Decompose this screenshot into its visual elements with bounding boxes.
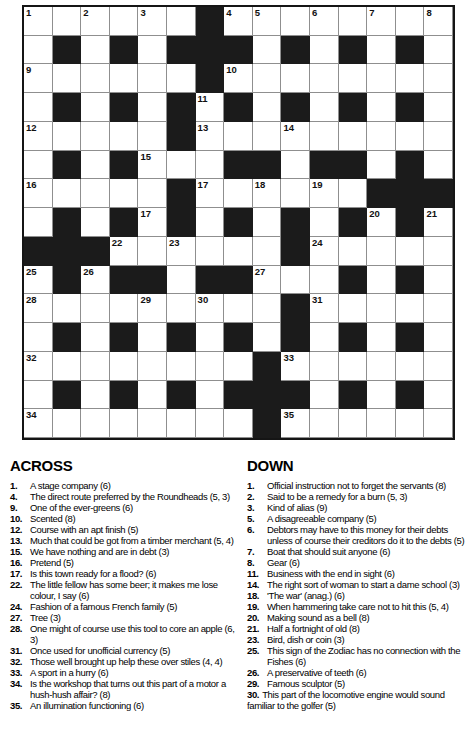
white-cell-r14c3[interactable] (81, 381, 110, 410)
clue-number: 3. (247, 502, 267, 513)
white-cell-r9c8[interactable] (224, 237, 253, 266)
cell-number: 30 (198, 294, 209, 305)
white-cell-r12c15[interactable] (424, 323, 453, 352)
down-clue-8: 8.Gear (6) (247, 557, 473, 568)
white-cell-r1c6[interactable] (167, 7, 196, 36)
across-clue-32: 32.Those well brought up help these over… (10, 656, 240, 667)
white-cell-r12c5[interactable] (138, 323, 167, 352)
white-cell-r14c15[interactable] (424, 381, 453, 410)
white-cell-r10c9[interactable]: 27 (253, 266, 282, 295)
black-cell-r13c9 (253, 352, 282, 381)
clue-text: The little fellow has some beer; it make… (30, 579, 240, 601)
white-cell-r10c15[interactable] (424, 266, 453, 295)
white-cell-r12c3[interactable] (81, 323, 110, 352)
clue-text: One of the ever-greens (6) (30, 502, 240, 513)
white-cell-r1c1[interactable]: 1 (24, 7, 53, 36)
white-cell-r8c13[interactable]: 20 (367, 208, 396, 237)
cell-number: 20 (369, 208, 380, 219)
cell-number: 2 (83, 7, 88, 18)
white-cell-r14c11[interactable] (310, 381, 339, 410)
white-cell-r13c13[interactable] (367, 352, 396, 381)
white-cell-r10c3[interactable]: 26 (81, 266, 110, 295)
white-cell-r11c6[interactable] (167, 294, 196, 323)
white-cell-r7c10[interactable] (281, 179, 310, 208)
white-cell-r12c13[interactable] (367, 323, 396, 352)
white-cell-r7c8[interactable] (224, 179, 253, 208)
white-cell-r10c1[interactable]: 25 (24, 266, 53, 295)
white-cell-r6c7[interactable] (196, 151, 225, 180)
white-cell-r3c12[interactable] (339, 64, 368, 93)
white-cell-r9c6[interactable]: 23 (167, 237, 196, 266)
white-cell-r11c2[interactable] (53, 294, 82, 323)
white-cell-r5c13[interactable] (367, 122, 396, 151)
black-cell-r10c2 (53, 266, 82, 295)
clue-text: Making sound as a bell (8) (267, 612, 473, 623)
white-cell-r15c6[interactable] (167, 409, 196, 438)
black-cell-r2c10 (281, 36, 310, 65)
white-cell-r11c15[interactable] (424, 294, 453, 323)
down-clue-21: 21.Half a fortnight of old (8) (247, 623, 473, 634)
across-clue-35: 35.An illumination functioning (6) (10, 700, 240, 711)
black-cell-r7c13 (367, 179, 396, 208)
clue-number: 2. (247, 491, 267, 502)
clue-text: Course with an apt finish (5) (30, 524, 240, 535)
white-cell-r11c5[interactable]: 29 (138, 294, 167, 323)
white-cell-r15c7[interactable] (196, 409, 225, 438)
white-cell-r1c8[interactable]: 4 (224, 7, 253, 36)
cell-number: 35 (283, 409, 294, 420)
clue-text: Is this town ready for a flood? (6) (30, 568, 240, 579)
white-cell-r3c13[interactable] (367, 64, 396, 93)
white-cell-r7c11[interactable]: 19 (310, 179, 339, 208)
down-clue-3: 3.Kind of alias (9) (247, 502, 473, 513)
cell-number: 19 (312, 179, 323, 190)
black-cell-r3c7 (196, 64, 225, 93)
white-cell-r13c15[interactable] (424, 352, 453, 381)
white-cell-r9c4[interactable]: 22 (110, 237, 139, 266)
clue-number: 16. (10, 557, 30, 568)
black-cell-r14c10 (281, 381, 310, 410)
white-cell-r9c12[interactable] (339, 237, 368, 266)
clue-text: A preservative of teeth (6) (267, 667, 473, 678)
clue-number: 11. (247, 568, 267, 579)
clue-text: Scented (8) (30, 513, 240, 524)
clue-text: Kind of alias (9) (267, 502, 473, 513)
white-cell-r11c13[interactable] (367, 294, 396, 323)
white-cell-r6c15[interactable] (424, 151, 453, 180)
black-cell-r10c7 (196, 266, 225, 295)
white-cell-r15c4[interactable] (110, 409, 139, 438)
cell-number: 26 (83, 266, 94, 277)
across-clue-31: 31.Once used for unofficial currency (5) (10, 645, 240, 656)
down-clue-19: 19.When hammering take care not to hit t… (247, 601, 473, 612)
white-cell-r7c5[interactable] (138, 179, 167, 208)
clue-number: 31. (10, 645, 30, 656)
clue-number: 28. (10, 623, 30, 634)
white-cell-r13c5[interactable] (138, 352, 167, 381)
white-cell-r1c11[interactable]: 6 (310, 7, 339, 36)
white-cell-r5c3[interactable] (81, 122, 110, 151)
across-clue-16: 16.Pretend (5) (10, 557, 240, 568)
cell-number: 33 (283, 352, 294, 363)
white-cell-r10c13[interactable] (367, 266, 396, 295)
clue-text: Pretend (5) (30, 557, 240, 568)
white-cell-r7c4[interactable] (110, 179, 139, 208)
across-clue-13: 13.Much that could be got from a timber … (10, 535, 240, 546)
black-cell-r8c12 (339, 208, 368, 237)
cell-number: 1 (26, 7, 31, 18)
black-cell-r4c8 (224, 93, 253, 122)
black-cell-r8c14 (396, 208, 425, 237)
black-cell-r4c6 (167, 93, 196, 122)
white-cell-r15c10[interactable]: 35 (281, 409, 310, 438)
white-cell-r9c5[interactable] (138, 237, 167, 266)
cell-number: 14 (283, 122, 294, 133)
clue-text: When hammering take care not to hit this… (267, 601, 473, 612)
white-cell-r11c8[interactable] (224, 294, 253, 323)
across-clue-27: 27.Tree (3) (10, 612, 240, 623)
white-cell-r3c4[interactable] (110, 64, 139, 93)
white-cell-r3c10[interactable] (281, 64, 310, 93)
white-cell-r9c13[interactable] (367, 237, 396, 266)
white-cell-r11c14[interactable] (396, 294, 425, 323)
white-cell-r11c12[interactable] (339, 294, 368, 323)
white-cell-r13c2[interactable] (53, 352, 82, 381)
white-cell-r9c14[interactable] (396, 237, 425, 266)
white-cell-r5c7[interactable]: 13 (196, 122, 225, 151)
white-cell-r3c1[interactable]: 9 (24, 64, 53, 93)
white-cell-r13c7[interactable] (196, 352, 225, 381)
white-cell-r8c15[interactable]: 21 (424, 208, 453, 237)
white-cell-r8c9[interactable] (253, 208, 282, 237)
clue-text: This sign of the Zodiac has no connectio… (267, 645, 473, 667)
down-clue-5: 5.A disagreeable company (5) (247, 513, 473, 524)
white-cell-r5c8[interactable] (224, 122, 253, 151)
clue-text: Much that could be got from a timber mer… (30, 535, 240, 546)
white-cell-r13c11[interactable] (310, 352, 339, 381)
white-cell-r3c9[interactable] (253, 64, 282, 93)
white-cell-r13c4[interactable] (110, 352, 139, 381)
clue-number: 4. (10, 491, 30, 502)
black-cell-r6c2 (53, 151, 82, 180)
across-clue-15: 15.We have nothing and are in debt (3) (10, 546, 240, 557)
white-cell-r5c5[interactable] (138, 122, 167, 151)
white-cell-r7c9[interactable]: 18 (253, 179, 282, 208)
black-cell-r2c6 (167, 36, 196, 65)
black-cell-r4c10 (281, 93, 310, 122)
white-cell-r4c13[interactable] (367, 93, 396, 122)
white-cell-r1c10[interactable] (281, 7, 310, 36)
white-cell-r10c10[interactable] (281, 266, 310, 295)
white-cell-r3c14[interactable] (396, 64, 425, 93)
white-cell-r6c6[interactable] (167, 151, 196, 180)
cell-number: 18 (255, 179, 266, 190)
white-cell-r5c9[interactable] (253, 122, 282, 151)
white-cell-r15c2[interactable] (53, 409, 82, 438)
white-cell-r1c15[interactable]: 8 (424, 7, 453, 36)
white-cell-r2c1[interactable] (24, 36, 53, 65)
black-cell-r2c2 (53, 36, 82, 65)
white-cell-r5c11[interactable] (310, 122, 339, 151)
black-cell-r9c2 (53, 237, 82, 266)
white-cell-r13c6[interactable] (167, 352, 196, 381)
black-cell-r5c6 (167, 122, 196, 151)
white-cell-r7c7[interactable]: 17 (196, 179, 225, 208)
white-cell-r9c15[interactable] (424, 237, 453, 266)
down-clue-list: 1.Official instruction not to forget the… (247, 480, 473, 711)
white-cell-r6c3[interactable] (81, 151, 110, 180)
clue-number: 34. (10, 678, 30, 689)
white-cell-r13c10[interactable]: 33 (281, 352, 310, 381)
down-header: DOWN (247, 458, 473, 474)
white-cell-r13c1[interactable]: 32 (24, 352, 53, 381)
white-cell-r6c1[interactable] (24, 151, 53, 180)
crossword-page: 1234567891011121314151617181917202122232… (0, 0, 474, 733)
black-cell-r6c14 (396, 151, 425, 180)
white-cell-r4c3[interactable] (81, 93, 110, 122)
white-cell-r14c1[interactable] (24, 381, 53, 410)
cell-number: 8 (426, 7, 431, 18)
white-cell-r15c15[interactable] (424, 409, 453, 438)
white-cell-r4c15[interactable] (424, 93, 453, 122)
white-cell-r1c4[interactable] (110, 7, 139, 36)
white-cell-r2c13[interactable] (367, 36, 396, 65)
white-cell-r14c13[interactable] (367, 381, 396, 410)
white-cell-r8c7[interactable] (196, 208, 225, 237)
black-cell-r6c9 (253, 151, 282, 180)
white-cell-r1c12[interactable] (339, 7, 368, 36)
white-cell-r8c3[interactable] (81, 208, 110, 237)
down-clue-25: 25.This sign of the Zodiac has no connec… (247, 645, 473, 667)
white-cell-r11c7[interactable]: 30 (196, 294, 225, 323)
white-cell-r12c11[interactable] (310, 323, 339, 352)
white-cell-r11c9[interactable] (253, 294, 282, 323)
white-cell-r6c10[interactable] (281, 151, 310, 180)
white-cell-r9c7[interactable] (196, 237, 225, 266)
across-clue-24: 24.Fashion of a famous French family (5) (10, 601, 240, 612)
black-cell-r12c4 (110, 323, 139, 352)
cell-number: 4 (226, 7, 231, 18)
white-cell-r11c11[interactable]: 31 (310, 294, 339, 323)
cell-number: 6 (312, 7, 317, 18)
clue-text: Official instruction not to forget the s… (267, 480, 473, 491)
clue-number: 24. (10, 601, 30, 612)
clue-text: The right sort of woman to start a dame … (267, 579, 473, 590)
cell-number: 31 (312, 294, 323, 305)
white-cell-r15c8[interactable] (224, 409, 253, 438)
black-cell-r12c6 (167, 323, 196, 352)
black-cell-r10c14 (396, 266, 425, 295)
clue-number: 29. (247, 678, 267, 689)
white-cell-r4c9[interactable] (253, 93, 282, 122)
white-cell-r7c3[interactable] (81, 179, 110, 208)
cell-number: 17 (140, 208, 151, 219)
white-cell-r6c13[interactable] (367, 151, 396, 180)
white-cell-r15c1[interactable]: 34 (24, 409, 53, 438)
clue-text: Boat that should suit anyone (6) (267, 546, 473, 557)
black-cell-r2c4 (110, 36, 139, 65)
white-cell-r15c14[interactable] (396, 409, 425, 438)
white-cell-r7c2[interactable] (53, 179, 82, 208)
clue-number: 1. (10, 480, 30, 491)
cell-number: 29 (140, 294, 151, 305)
cell-number: 17 (198, 179, 209, 190)
down-clue-7: 7.Boat that should suit anyone (6) (247, 546, 473, 557)
black-cell-r10c8 (224, 266, 253, 295)
white-cell-r11c4[interactable] (110, 294, 139, 323)
black-cell-r6c4 (110, 151, 139, 180)
white-cell-r13c14[interactable] (396, 352, 425, 381)
white-cell-r3c2[interactable] (53, 64, 82, 93)
across-clues-section: ACROSS 1.A stage company (6)4.The direct… (10, 458, 240, 711)
white-cell-r3c6[interactable] (167, 64, 196, 93)
cell-number: 24 (312, 237, 323, 248)
black-cell-r10c4 (110, 266, 139, 295)
clue-number: 13. (10, 535, 30, 546)
white-cell-r5c4[interactable] (110, 122, 139, 151)
clue-number: 23. (247, 634, 267, 645)
down-clue-2: 2.Said to be a remedy for a burn (5, 3) (247, 491, 473, 502)
black-cell-r2c8 (224, 36, 253, 65)
clue-text: Once used for unofficial currency (5) (30, 645, 240, 656)
white-cell-r1c3[interactable]: 2 (81, 7, 110, 36)
white-cell-r15c11[interactable] (310, 409, 339, 438)
white-cell-r10c11[interactable] (310, 266, 339, 295)
clue-number: 15. (10, 546, 30, 557)
black-cell-r8c2 (53, 208, 82, 237)
down-clue-20: 20.Making sound as a bell (8) (247, 612, 473, 623)
white-cell-r15c12[interactable] (339, 409, 368, 438)
clue-number: 12. (10, 524, 30, 535)
white-cell-r13c8[interactable] (224, 352, 253, 381)
black-cell-r14c4 (110, 381, 139, 410)
white-cell-r1c9[interactable]: 5 (253, 7, 282, 36)
white-cell-r8c5[interactable]: 17 (138, 208, 167, 237)
white-cell-r3c5[interactable] (138, 64, 167, 93)
black-cell-r9c10 (281, 237, 310, 266)
white-cell-r13c12[interactable] (339, 352, 368, 381)
down-clue-1: 1.Official instruction not to forget the… (247, 480, 473, 491)
down-clue-6: 6.Debtors may have to this money for the… (247, 524, 473, 546)
cell-number: 15 (140, 151, 151, 162)
black-cell-r6c8 (224, 151, 253, 180)
white-cell-r12c1[interactable] (24, 323, 53, 352)
white-cell-r8c11[interactable] (310, 208, 339, 237)
white-cell-r14c5[interactable] (138, 381, 167, 410)
white-cell-r4c5[interactable] (138, 93, 167, 122)
black-cell-r6c12 (339, 151, 368, 180)
black-cell-r12c14 (396, 323, 425, 352)
cell-number: 23 (169, 237, 180, 248)
across-clue-list: 1.A stage company (6)4.The direct route … (10, 480, 240, 711)
white-cell-r9c9[interactable] (253, 237, 282, 266)
white-cell-r11c1[interactable]: 28 (24, 294, 53, 323)
white-cell-r12c9[interactable] (253, 323, 282, 352)
white-cell-r15c3[interactable] (81, 409, 110, 438)
white-cell-r2c11[interactable] (310, 36, 339, 65)
down-clue-18: 18.'The war' (anag.) (6) (247, 590, 473, 601)
clue-text: Is the workshop that turns out this part… (30, 678, 240, 700)
white-cell-r7c12[interactable] (339, 179, 368, 208)
white-cell-r5c2[interactable] (53, 122, 82, 151)
black-cell-r14c14 (396, 381, 425, 410)
white-cell-r3c15[interactable] (424, 64, 453, 93)
white-cell-r6c5[interactable]: 15 (138, 151, 167, 180)
cell-number: 13 (198, 122, 209, 133)
white-cell-r2c3[interactable] (81, 36, 110, 65)
white-cell-r8c1[interactable] (24, 208, 53, 237)
black-cell-r12c12 (339, 323, 368, 352)
across-clue-1: 1.A stage company (6) (10, 480, 240, 491)
white-cell-r4c7[interactable]: 11 (196, 93, 225, 122)
cell-number: 21 (426, 208, 437, 219)
white-cell-r5c15[interactable] (424, 122, 453, 151)
clue-text: A disagreeable company (5) (267, 513, 473, 524)
black-cell-r14c2 (53, 381, 82, 410)
white-cell-r3c11[interactable] (310, 64, 339, 93)
white-cell-r3c8[interactable]: 10 (224, 64, 253, 93)
across-clue-17: 17.Is this town ready for a flood? (6) (10, 568, 240, 579)
white-cell-r13c3[interactable] (81, 352, 110, 381)
clue-number: 5. (247, 513, 267, 524)
white-cell-r2c9[interactable] (253, 36, 282, 65)
clue-number: 8. (247, 557, 267, 568)
clue-number: 7. (247, 546, 267, 557)
down-clue-14: 14.The right sort of woman to start a da… (247, 579, 473, 590)
black-cell-r1c7 (196, 7, 225, 36)
white-cell-r2c5[interactable] (138, 36, 167, 65)
black-cell-r4c2 (53, 93, 82, 122)
white-cell-r1c13[interactable]: 7 (367, 7, 396, 36)
clue-number: 22. (10, 579, 30, 590)
clue-number: 14. (247, 579, 267, 590)
clue-number: 18. (247, 590, 267, 601)
white-cell-r15c13[interactable] (367, 409, 396, 438)
white-cell-r1c5[interactable]: 3 (138, 7, 167, 36)
white-cell-r1c14[interactable] (396, 7, 425, 36)
white-cell-r2c15[interactable] (424, 36, 453, 65)
white-cell-r9c11[interactable]: 24 (310, 237, 339, 266)
black-cell-r10c12 (339, 266, 368, 295)
clue-text: Those well brought up help these over st… (30, 656, 240, 667)
across-clue-33: 33.A sport in a hurry (6) (10, 667, 240, 678)
white-cell-r11c3[interactable] (81, 294, 110, 323)
white-cell-r4c11[interactable] (310, 93, 339, 122)
white-cell-r5c10[interactable]: 14 (281, 122, 310, 151)
white-cell-r5c14[interactable] (396, 122, 425, 151)
white-cell-r5c1[interactable]: 12 (24, 122, 53, 151)
white-cell-r4c1[interactable] (24, 93, 53, 122)
across-clue-34: 34.Is the workshop that turns out this p… (10, 678, 240, 700)
white-cell-r7c1[interactable]: 16 (24, 179, 53, 208)
white-cell-r12c7[interactable] (196, 323, 225, 352)
clue-number: 35. (10, 700, 30, 711)
white-cell-r10c6[interactable] (167, 266, 196, 295)
clue-number: 20. (247, 612, 267, 623)
white-cell-r1c2[interactable] (53, 7, 82, 36)
clue-text: 'The war' (anag.) (6) (267, 590, 473, 601)
black-cell-r8c8 (224, 208, 253, 237)
clue-number: 21. (247, 623, 267, 634)
black-cell-r7c6 (167, 179, 196, 208)
cell-number: 10 (226, 64, 237, 75)
black-cell-r8c4 (110, 208, 139, 237)
clue-text: One might of course use this tool to cor… (30, 623, 240, 645)
white-cell-r15c5[interactable] (138, 409, 167, 438)
white-cell-r14c7[interactable] (196, 381, 225, 410)
white-cell-r5c12[interactable] (339, 122, 368, 151)
white-cell-r3c3[interactable] (81, 64, 110, 93)
